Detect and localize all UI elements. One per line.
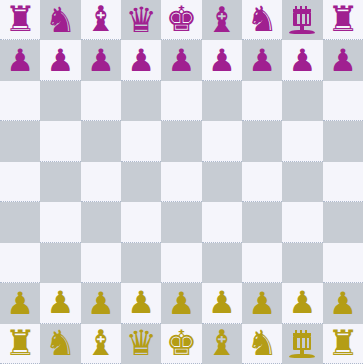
square-b2[interactable]: ♟ [40, 283, 80, 323]
square-a1[interactable]: ♜ [0, 324, 40, 364]
square-f7[interactable] [202, 81, 242, 121]
square-c3[interactable] [81, 243, 121, 283]
square-a8[interactable]: ♟ [0, 40, 40, 80]
magenta-rook[interactable]: ♜ [323, 0, 363, 39]
square-b9[interactable]: ♞ [40, 0, 80, 40]
magenta-rook[interactable]: ♜ [0, 0, 40, 39]
square-g5[interactable] [242, 162, 282, 202]
square-h4[interactable] [282, 202, 322, 242]
magenta-bishop[interactable]: ♝ [202, 0, 242, 40]
gold-chancellor-lid [293, 330, 311, 336]
gold-bishop[interactable]: ♝ [202, 324, 242, 364]
square-d5[interactable] [121, 162, 161, 202]
square-g1[interactable]: ♞ [242, 324, 282, 364]
square-f8[interactable]: ♟ [202, 40, 242, 80]
gold-pawn[interactable]: ♟ [202, 283, 242, 322]
square-g6[interactable] [242, 121, 282, 161]
magenta-pawn[interactable]: ♟ [0, 40, 40, 80]
square-a3[interactable] [0, 243, 40, 283]
square-a6[interactable] [0, 121, 40, 161]
square-d6[interactable] [121, 121, 161, 161]
square-h6[interactable] [282, 121, 322, 161]
square-f3[interactable] [202, 243, 242, 283]
square-h2[interactable]: ♟ [282, 283, 322, 323]
square-e1[interactable]: ♚ [161, 324, 201, 364]
square-c7[interactable] [81, 81, 121, 121]
square-f9[interactable]: ♝ [202, 0, 242, 40]
gold-pawn[interactable]: ♟ [323, 283, 363, 323]
magenta-queen[interactable]: ♛ [121, 0, 161, 40]
gold-pawn[interactable]: ♟ [40, 283, 80, 322]
square-b7[interactable] [40, 81, 80, 121]
gold-knight[interactable]: ♞ [40, 324, 80, 364]
square-b6[interactable] [40, 121, 80, 161]
square-a7[interactable] [0, 81, 40, 121]
square-i3[interactable] [323, 243, 363, 283]
magenta-pawn[interactable]: ♟ [40, 40, 80, 79]
square-d2[interactable]: ♟ [121, 283, 161, 323]
square-i5[interactable] [323, 162, 363, 202]
square-g2[interactable]: ♟ [242, 283, 282, 323]
gold-bishop[interactable]: ♝ [81, 324, 121, 363]
square-d3[interactable] [121, 243, 161, 283]
square-g8[interactable]: ♟ [242, 40, 282, 80]
magenta-chancellor-base [289, 26, 315, 34]
magenta-pawn[interactable]: ♟ [323, 40, 363, 80]
square-c4[interactable] [81, 202, 121, 242]
square-h7[interactable] [282, 81, 322, 121]
gold-pawn[interactable]: ♟ [81, 283, 121, 323]
gold-pawn[interactable]: ♟ [121, 283, 161, 322]
gold-rook[interactable]: ♜ [0, 324, 40, 363]
square-e2[interactable]: ♟ [161, 283, 201, 323]
square-d9[interactable]: ♛ [121, 0, 161, 40]
square-h3[interactable] [282, 243, 322, 283]
gold-chancellor-base [289, 350, 315, 358]
square-d7[interactable] [121, 81, 161, 121]
square-f6[interactable] [202, 121, 242, 161]
square-e9[interactable]: ♚ [161, 0, 201, 40]
magenta-pawn[interactable]: ♟ [282, 40, 322, 79]
square-b8[interactable]: ♟ [40, 40, 80, 80]
square-h1[interactable] [282, 324, 322, 364]
square-f4[interactable] [202, 202, 242, 242]
square-b5[interactable] [40, 162, 80, 202]
square-f2[interactable]: ♟ [202, 283, 242, 323]
square-i7[interactable] [323, 81, 363, 121]
magenta-pawn[interactable]: ♟ [161, 40, 201, 80]
gold-king[interactable]: ♚ [161, 324, 201, 363]
square-i1[interactable]: ♜ [323, 324, 363, 364]
square-e4[interactable] [161, 202, 201, 242]
square-f1[interactable]: ♝ [202, 324, 242, 364]
square-g9[interactable]: ♞ [242, 0, 282, 40]
square-i6[interactable] [323, 121, 363, 161]
square-b3[interactable] [40, 243, 80, 283]
square-c2[interactable]: ♟ [81, 283, 121, 323]
square-e5[interactable] [161, 162, 201, 202]
square-d1[interactable]: ♛ [121, 324, 161, 364]
square-h8[interactable]: ♟ [282, 40, 322, 80]
square-e7[interactable] [161, 81, 201, 121]
square-i9[interactable]: ♜ [323, 0, 363, 40]
square-e8[interactable]: ♟ [161, 40, 201, 80]
square-i4[interactable] [323, 202, 363, 242]
magenta-pawn[interactable]: ♟ [81, 40, 121, 80]
magenta-chancellor-lid [293, 6, 311, 12]
square-d4[interactable] [121, 202, 161, 242]
square-c8[interactable]: ♟ [81, 40, 121, 80]
square-g7[interactable] [242, 81, 282, 121]
gold-chancellor-body [293, 336, 311, 350]
gold-pawn[interactable]: ♟ [242, 283, 282, 323]
square-f5[interactable] [202, 162, 242, 202]
magenta-pawn[interactable]: ♟ [121, 40, 161, 79]
square-e3[interactable] [161, 243, 201, 283]
square-h5[interactable] [282, 162, 322, 202]
square-c6[interactable] [81, 121, 121, 161]
square-g3[interactable] [242, 243, 282, 283]
magenta-chancellor-body [293, 12, 311, 26]
magenta-king[interactable]: ♚ [161, 0, 201, 39]
magenta-bishop[interactable]: ♝ [81, 0, 121, 39]
gold-knight[interactable]: ♞ [242, 324, 282, 363]
square-g4[interactable] [242, 202, 282, 242]
square-i8[interactable]: ♟ [323, 40, 363, 80]
square-b1[interactable]: ♞ [40, 324, 80, 364]
square-c1[interactable]: ♝ [81, 324, 121, 364]
gold-pawn[interactable]: ♟ [282, 283, 322, 322]
gold-rook[interactable]: ♜ [323, 324, 363, 363]
magenta-chancellor[interactable] [282, 0, 322, 40]
square-h9[interactable] [282, 0, 322, 40]
square-i2[interactable]: ♟ [323, 283, 363, 323]
square-b4[interactable] [40, 202, 80, 242]
square-c5[interactable] [81, 162, 121, 202]
square-a5[interactable] [0, 162, 40, 202]
square-e6[interactable] [161, 121, 201, 161]
gold-pawn[interactable]: ♟ [161, 283, 201, 323]
chess-board: ♜♞♝♛♚♝♞♜♟♟♟♟♟♟♟♟♟♟♟♟♟♟♟♟♟♟♜♞♝♛♚♝♞♜ [0, 0, 363, 364]
square-a4[interactable] [0, 202, 40, 242]
magenta-knight[interactable]: ♞ [242, 0, 282, 39]
square-a9[interactable]: ♜ [0, 0, 40, 40]
gold-chancellor[interactable] [282, 324, 322, 364]
gold-queen[interactable]: ♛ [121, 324, 161, 364]
magenta-pawn[interactable]: ♟ [202, 40, 242, 79]
gold-pawn[interactable]: ♟ [0, 283, 40, 323]
magenta-pawn[interactable]: ♟ [242, 40, 282, 80]
magenta-knight[interactable]: ♞ [40, 0, 80, 40]
square-c9[interactable]: ♝ [81, 0, 121, 40]
square-d8[interactable]: ♟ [121, 40, 161, 80]
square-a2[interactable]: ♟ [0, 283, 40, 323]
